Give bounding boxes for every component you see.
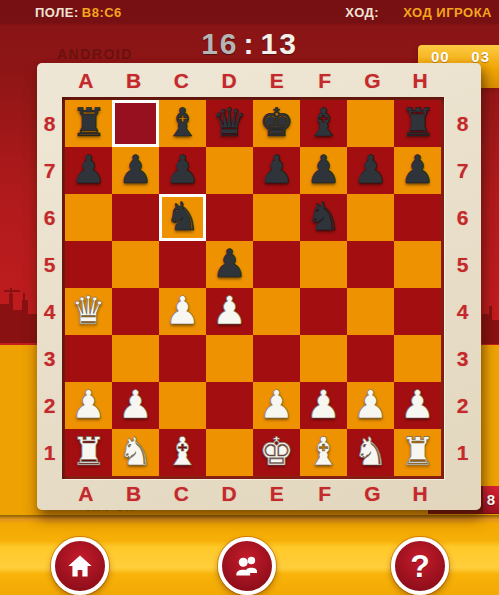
file-label-d: D	[205, 69, 253, 93]
square-d3[interactable]	[206, 335, 253, 382]
black-pawn-f7: ♟	[300, 147, 347, 194]
black-bishop-c8: ♝	[159, 100, 206, 147]
black-pawn-e7: ♟	[253, 147, 300, 194]
square-b5[interactable]	[112, 241, 159, 288]
white-knight-g1: ♞	[347, 429, 394, 476]
square-d6[interactable]	[206, 194, 253, 241]
square-h3[interactable]	[394, 335, 441, 382]
file-label-a: A	[62, 69, 110, 93]
square-f1[interactable]: ♝	[300, 429, 347, 476]
white-pawn-e2: ♟	[253, 382, 300, 429]
square-a8[interactable]: ♜	[65, 100, 112, 147]
board-frame: ABCDEFGH ABCDEFGH 87654321 87654321 ♜♝♛♚…	[37, 63, 481, 510]
square-b2[interactable]: ♟	[112, 382, 159, 429]
square-h8[interactable]: ♜	[394, 100, 441, 147]
file-label-g: G	[349, 482, 397, 506]
rank-label-4: 4	[444, 300, 481, 324]
square-h4[interactable]	[394, 288, 441, 335]
square-h6[interactable]	[394, 194, 441, 241]
board-inner-bevel: ♜♝♛♚♝♜♟♟♟♟♟♟♟♞♞♟♛♟♟♟♟♟♟♟♟♜♞♝♚♝♞♜	[62, 97, 444, 479]
square-f8[interactable]: ♝	[300, 100, 347, 147]
rank-labels-right: 87654321	[444, 100, 481, 476]
square-f3[interactable]	[300, 335, 347, 382]
square-e5[interactable]	[253, 241, 300, 288]
black-pawn-a7: ♟	[65, 147, 112, 194]
square-e2[interactable]: ♟	[253, 382, 300, 429]
players-button[interactable]	[218, 537, 276, 595]
square-e8[interactable]: ♚	[253, 100, 300, 147]
black-knight-c6: ♞	[159, 194, 206, 241]
rank-label-7: 7	[37, 159, 62, 183]
white-pawn-f2: ♟	[300, 382, 347, 429]
timer-minutes: 16	[201, 27, 238, 60]
square-b3[interactable]	[112, 335, 159, 382]
square-g1[interactable]: ♞	[347, 429, 394, 476]
white-pawn-h2: ♟	[394, 382, 441, 429]
rank-label-7: 7	[444, 159, 481, 183]
square-c6[interactable]: ♞	[159, 194, 206, 241]
square-e1[interactable]: ♚	[253, 429, 300, 476]
square-g2[interactable]: ♟	[347, 382, 394, 429]
square-g5[interactable]	[347, 241, 394, 288]
rank-label-1: 1	[444, 441, 481, 465]
file-label-b: B	[110, 482, 158, 506]
home-icon	[66, 552, 94, 580]
board-squares: ♜♝♛♚♝♜♟♟♟♟♟♟♟♞♞♟♛♟♟♟♟♟♟♟♟♜♞♝♚♝♞♜	[65, 100, 441, 476]
file-label-a: A	[62, 482, 110, 506]
file-label-f: F	[301, 69, 349, 93]
square-c7[interactable]: ♟	[159, 147, 206, 194]
timer-separator: :	[244, 27, 256, 60]
square-h5[interactable]	[394, 241, 441, 288]
rank-label-6: 6	[444, 206, 481, 230]
white-pawn-c4: ♟	[159, 288, 206, 335]
white-pawn-b2: ♟	[112, 382, 159, 429]
square-g7[interactable]: ♟	[347, 147, 394, 194]
white-rook-a1: ♜	[65, 429, 112, 476]
square-b4[interactable]	[112, 288, 159, 335]
square-a2[interactable]: ♟	[65, 382, 112, 429]
file-label-c: C	[158, 482, 206, 506]
square-d4[interactable]: ♟	[206, 288, 253, 335]
square-d7[interactable]	[206, 147, 253, 194]
white-pawn-a2: ♟	[65, 382, 112, 429]
black-king-e8: ♚	[253, 100, 300, 147]
square-e7[interactable]: ♟	[253, 147, 300, 194]
black-rook-a8: ♜	[65, 100, 112, 147]
black-bishop-f8: ♝	[300, 100, 347, 147]
header-row: ПОЛЕ: B8:C6 ХОД: ХОД ИГРОКА	[35, 5, 492, 20]
turn-label: ХОД:	[345, 5, 379, 20]
black-knight-f6: ♞	[300, 194, 347, 241]
square-a4[interactable]: ♛	[65, 288, 112, 335]
file-label-c: C	[158, 69, 206, 93]
city-silhouette-right	[480, 296, 499, 344]
square-h7[interactable]: ♟	[394, 147, 441, 194]
square-g4[interactable]	[347, 288, 394, 335]
white-knight-b1: ♞	[112, 429, 159, 476]
rank-label-4: 4	[37, 300, 62, 324]
field-value: B8:C6	[82, 5, 122, 20]
square-h1[interactable]: ♜	[394, 429, 441, 476]
turn-value: ХОД ИГРОКА	[403, 5, 492, 20]
square-e6[interactable]	[253, 194, 300, 241]
square-c4[interactable]: ♟	[159, 288, 206, 335]
rank-label-5: 5	[37, 253, 62, 277]
square-c2[interactable]	[159, 382, 206, 429]
players-icon	[232, 551, 262, 581]
black-pawn-g7: ♟	[347, 147, 394, 194]
file-label-g: G	[349, 69, 397, 93]
black-pawn-d5: ♟	[206, 241, 253, 288]
rank-label-3: 3	[37, 347, 62, 371]
square-f6[interactable]: ♞	[300, 194, 347, 241]
square-c1[interactable]: ♝	[159, 429, 206, 476]
white-pawn-d4: ♟	[206, 288, 253, 335]
home-button[interactable]	[51, 537, 109, 595]
rank-label-2: 2	[444, 394, 481, 418]
square-a6[interactable]	[65, 194, 112, 241]
square-e4[interactable]	[253, 288, 300, 335]
score-bottom-badge: 8	[483, 486, 499, 513]
file-label-e: E	[253, 482, 301, 506]
field-label: ПОЛЕ:	[35, 5, 79, 20]
square-d8[interactable]: ♛	[206, 100, 253, 147]
black-queen-d8: ♛	[206, 100, 253, 147]
square-b7[interactable]: ♟	[112, 147, 159, 194]
square-b8[interactable]	[112, 100, 159, 147]
white-bishop-c1: ♝	[159, 429, 206, 476]
file-label-e: E	[253, 69, 301, 93]
square-h2[interactable]: ♟	[394, 382, 441, 429]
square-f7[interactable]: ♟	[300, 147, 347, 194]
square-f5[interactable]	[300, 241, 347, 288]
rank-label-8: 8	[37, 112, 62, 136]
square-f2[interactable]: ♟	[300, 382, 347, 429]
white-queen-a4: ♛	[65, 288, 112, 335]
square-a3[interactable]	[65, 335, 112, 382]
white-bishop-f1: ♝	[300, 429, 347, 476]
opponent-name: ANDROID	[57, 46, 133, 62]
file-labels-top: ABCDEFGH	[62, 64, 444, 98]
white-rook-h1: ♜	[394, 429, 441, 476]
help-button[interactable]: ?	[391, 537, 449, 595]
black-rook-h8: ♜	[394, 100, 441, 147]
square-a1[interactable]: ♜	[65, 429, 112, 476]
rank-label-1: 1	[37, 441, 62, 465]
file-label-b: B	[110, 69, 158, 93]
square-c5[interactable]	[159, 241, 206, 288]
square-d1[interactable]	[206, 429, 253, 476]
square-a5[interactable]	[65, 241, 112, 288]
question-mark-icon: ?	[410, 550, 430, 582]
square-d5[interactable]: ♟	[206, 241, 253, 288]
black-pawn-b7: ♟	[112, 147, 159, 194]
black-pawn-h7: ♟	[394, 147, 441, 194]
rank-label-6: 6	[37, 206, 62, 230]
square-g6[interactable]	[347, 194, 394, 241]
square-g8[interactable]	[347, 100, 394, 147]
rank-labels-left: 87654321	[37, 100, 62, 476]
square-f4[interactable]	[300, 288, 347, 335]
rank-label-8: 8	[444, 112, 481, 136]
rank-label-5: 5	[444, 253, 481, 277]
white-king-e1: ♚	[253, 429, 300, 476]
file-label-f: F	[301, 482, 349, 506]
black-pawn-c7: ♟	[159, 147, 206, 194]
square-c3[interactable]	[159, 335, 206, 382]
city-silhouette-left	[0, 280, 38, 343]
rank-label-3: 3	[444, 347, 481, 371]
square-g3[interactable]	[347, 335, 394, 382]
file-label-h: H	[396, 482, 444, 506]
app-screen: ПОЛЕ: B8:C6 ХОД: ХОД ИГРОКА 16:13 ANDROI…	[0, 0, 499, 595]
file-label-d: D	[205, 482, 253, 506]
rank-label-2: 2	[37, 394, 62, 418]
square-b1[interactable]: ♞	[112, 429, 159, 476]
square-e3[interactable]	[253, 335, 300, 382]
white-pawn-g2: ♟	[347, 382, 394, 429]
file-labels-bottom: ABCDEFGH	[62, 477, 444, 511]
square-d2[interactable]	[206, 382, 253, 429]
square-a7[interactable]: ♟	[65, 147, 112, 194]
square-c8[interactable]: ♝	[159, 100, 206, 147]
square-b6[interactable]	[112, 194, 159, 241]
file-label-h: H	[396, 69, 444, 93]
timer-seconds: 13	[261, 27, 298, 60]
